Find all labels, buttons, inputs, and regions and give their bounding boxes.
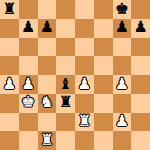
square-a8[interactable]: ♜: [0, 0, 19, 19]
square-h5[interactable]: [131, 56, 150, 75]
piece-black-king[interactable]: ♚: [115, 1, 129, 17]
piece-black-rook[interactable]: ♜: [59, 95, 73, 111]
square-g7[interactable]: ♟: [113, 19, 132, 38]
piece-white-rook[interactable]: ♜: [40, 132, 54, 148]
square-b8[interactable]: [19, 0, 38, 19]
square-a6[interactable]: [0, 38, 19, 57]
piece-white-pawn[interactable]: ♟: [115, 114, 129, 130]
square-b7[interactable]: ♟: [19, 19, 38, 38]
square-e6[interactable]: [75, 38, 94, 57]
square-g1[interactable]: [113, 131, 132, 150]
square-b2[interactable]: [19, 113, 38, 132]
square-d5[interactable]: [56, 56, 75, 75]
square-f7[interactable]: [94, 19, 113, 38]
square-h4[interactable]: [131, 75, 150, 94]
square-b5[interactable]: [19, 56, 38, 75]
square-d8[interactable]: [56, 0, 75, 19]
piece-white-rook[interactable]: ♜: [77, 114, 91, 130]
square-h1[interactable]: [131, 131, 150, 150]
piece-white-pawn[interactable]: ♟: [2, 76, 16, 92]
square-g3[interactable]: [113, 94, 132, 113]
square-e1[interactable]: [75, 131, 94, 150]
chess-board: ♜♚♟♟♟♟♟♟♝♟♟♚♞♜♜♟♜: [0, 0, 150, 150]
square-f8[interactable]: [94, 0, 113, 19]
square-c8[interactable]: [38, 0, 57, 19]
square-e2[interactable]: ♜: [75, 113, 94, 132]
square-h2[interactable]: [131, 113, 150, 132]
piece-black-bishop[interactable]: ♝: [59, 76, 73, 92]
square-h7[interactable]: ♟: [131, 19, 150, 38]
square-d4[interactable]: ♝: [56, 75, 75, 94]
square-e5[interactable]: [75, 56, 94, 75]
square-d7[interactable]: [56, 19, 75, 38]
piece-white-knight[interactable]: ♞: [40, 95, 54, 111]
square-a1[interactable]: [0, 131, 19, 150]
piece-white-king[interactable]: ♚: [21, 95, 35, 111]
square-h3[interactable]: [131, 94, 150, 113]
piece-black-pawn[interactable]: ♟: [21, 20, 35, 36]
square-e8[interactable]: [75, 0, 94, 19]
square-c6[interactable]: [38, 38, 57, 57]
square-b4[interactable]: ♟: [19, 75, 38, 94]
piece-white-pawn[interactable]: ♟: [21, 76, 35, 92]
square-a3[interactable]: [0, 94, 19, 113]
piece-black-pawn[interactable]: ♟: [134, 20, 148, 36]
square-f1[interactable]: [94, 131, 113, 150]
square-f4[interactable]: [94, 75, 113, 94]
square-f5[interactable]: [94, 56, 113, 75]
square-c7[interactable]: ♟: [38, 19, 57, 38]
square-g4[interactable]: ♟: [113, 75, 132, 94]
square-b3[interactable]: ♚: [19, 94, 38, 113]
square-c2[interactable]: [38, 113, 57, 132]
piece-white-pawn[interactable]: ♟: [77, 76, 91, 92]
square-a2[interactable]: [0, 113, 19, 132]
square-b1[interactable]: [19, 131, 38, 150]
square-f2[interactable]: [94, 113, 113, 132]
square-d2[interactable]: [56, 113, 75, 132]
square-f6[interactable]: [94, 38, 113, 57]
square-c1[interactable]: ♜: [38, 131, 57, 150]
square-g2[interactable]: ♟: [113, 113, 132, 132]
piece-black-pawn[interactable]: ♟: [115, 20, 129, 36]
square-e3[interactable]: [75, 94, 94, 113]
square-g5[interactable]: [113, 56, 132, 75]
square-c4[interactable]: [38, 75, 57, 94]
square-e7[interactable]: [75, 19, 94, 38]
piece-black-rook[interactable]: ♜: [2, 1, 16, 17]
piece-black-pawn[interactable]: ♟: [40, 20, 54, 36]
square-d1[interactable]: [56, 131, 75, 150]
square-a4[interactable]: ♟: [0, 75, 19, 94]
square-g8[interactable]: ♚: [113, 0, 132, 19]
square-a7[interactable]: [0, 19, 19, 38]
square-h6[interactable]: [131, 38, 150, 57]
square-d6[interactable]: [56, 38, 75, 57]
square-c5[interactable]: [38, 56, 57, 75]
square-f3[interactable]: [94, 94, 113, 113]
square-b6[interactable]: [19, 38, 38, 57]
square-c3[interactable]: ♞: [38, 94, 57, 113]
square-d3[interactable]: ♜: [56, 94, 75, 113]
square-g6[interactable]: [113, 38, 132, 57]
square-e4[interactable]: ♟: [75, 75, 94, 94]
square-h8[interactable]: [131, 0, 150, 19]
piece-white-pawn[interactable]: ♟: [115, 76, 129, 92]
square-a5[interactable]: [0, 56, 19, 75]
